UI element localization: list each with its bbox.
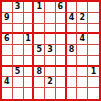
cell-r2c2[interactable]	[13, 13, 24, 24]
cell-r1c7[interactable]	[67, 2, 78, 13]
cell-r7c1[interactable]	[2, 67, 13, 78]
cell-r2c8[interactable]: 2	[77, 13, 88, 24]
cell-r9c2[interactable]	[13, 88, 24, 99]
cell-r5c8[interactable]	[77, 45, 88, 56]
cell-r1c6[interactable]: 6	[56, 2, 67, 13]
cell-r6c1[interactable]	[2, 56, 13, 67]
cell-r4c9[interactable]	[88, 34, 99, 45]
cell-r8c6[interactable]	[56, 77, 67, 88]
cell-r8c3[interactable]	[24, 77, 35, 88]
cell-r8c4[interactable]	[34, 77, 45, 88]
cell-r7c3[interactable]	[24, 67, 35, 78]
cell-r6c5[interactable]	[45, 56, 56, 67]
cell-r3c5[interactable]	[45, 24, 56, 35]
cell-r6c2[interactable]	[13, 56, 24, 67]
cell-r5c6[interactable]	[56, 45, 67, 56]
cell-r1c3[interactable]	[24, 2, 35, 13]
cell-r9c9[interactable]	[88, 88, 99, 99]
cell-r2c7[interactable]: 4	[67, 13, 78, 24]
cell-r7c2[interactable]: 5	[13, 67, 24, 78]
cell-r1c8[interactable]	[77, 2, 88, 13]
cell-r1c2[interactable]: 3	[13, 2, 24, 13]
cell-r4c6[interactable]	[56, 34, 67, 45]
cell-r2c4[interactable]	[34, 13, 45, 24]
cell-r4c3[interactable]: 1	[24, 34, 35, 45]
cell-r6c3[interactable]	[24, 56, 35, 67]
cell-r4c8[interactable]: 4	[77, 34, 88, 45]
cell-r3c7[interactable]	[67, 24, 78, 35]
cell-r9c6[interactable]	[56, 88, 67, 99]
cell-r5c2[interactable]	[13, 45, 24, 56]
cell-r7c6[interactable]	[56, 67, 67, 78]
cell-r5c7[interactable]: 8	[67, 45, 78, 56]
cell-r6c4[interactable]	[34, 56, 45, 67]
cell-r9c4[interactable]	[34, 88, 45, 99]
cell-r3c3[interactable]	[24, 24, 35, 35]
cell-r1c4[interactable]: 1	[34, 2, 45, 13]
cell-r1c9[interactable]	[88, 2, 99, 13]
cell-r3c2[interactable]	[13, 24, 24, 35]
cell-r9c3[interactable]	[24, 88, 35, 99]
cell-r4c7[interactable]	[67, 34, 78, 45]
cell-r2c3[interactable]	[24, 13, 35, 24]
cell-r4c1[interactable]: 6	[2, 34, 13, 45]
cell-r9c7[interactable]	[67, 88, 78, 99]
cell-r9c5[interactable]	[45, 88, 56, 99]
cell-r3c1[interactable]	[2, 24, 13, 35]
cell-r6c6[interactable]	[56, 56, 67, 67]
cell-r7c7[interactable]	[67, 67, 78, 78]
cell-r9c8[interactable]	[77, 88, 88, 99]
cell-r1c1[interactable]	[2, 2, 13, 13]
cell-r6c9[interactable]	[88, 56, 99, 67]
cell-r2c5[interactable]	[45, 13, 56, 24]
cell-r2c9[interactable]	[88, 13, 99, 24]
cell-r7c5[interactable]	[45, 67, 56, 78]
cell-r8c5[interactable]: 2	[45, 77, 56, 88]
cell-r2c6[interactable]	[56, 13, 67, 24]
cell-r4c4[interactable]	[34, 34, 45, 45]
cell-r4c2[interactable]	[13, 34, 24, 45]
cell-r7c9[interactable]: 1	[88, 67, 99, 78]
cell-r8c2[interactable]	[13, 77, 24, 88]
cell-r3c6[interactable]	[56, 24, 67, 35]
cell-r7c4[interactable]: 8	[34, 67, 45, 78]
cell-r3c9[interactable]	[88, 24, 99, 35]
cell-r3c4[interactable]	[34, 24, 45, 35]
cell-r5c5[interactable]: 3	[45, 45, 56, 56]
cell-r6c7[interactable]	[67, 56, 78, 67]
cell-r5c1[interactable]	[2, 45, 13, 56]
cell-r4c5[interactable]	[45, 34, 56, 45]
cell-r3c8[interactable]	[77, 24, 88, 35]
cell-r5c4[interactable]: 5	[34, 45, 45, 56]
cell-r7c8[interactable]	[77, 67, 88, 78]
cell-r9c1[interactable]	[2, 88, 13, 99]
sudoku-board: 31694261453858142	[0, 0, 101, 101]
cell-r6c8[interactable]	[77, 56, 88, 67]
cell-r5c3[interactable]	[24, 45, 35, 56]
cell-r8c7[interactable]	[67, 77, 78, 88]
cell-r8c8[interactable]	[77, 77, 88, 88]
cell-r8c9[interactable]	[88, 77, 99, 88]
cell-r5c9[interactable]	[88, 45, 99, 56]
cell-r2c1[interactable]: 9	[2, 13, 13, 24]
cell-r1c5[interactable]	[45, 2, 56, 13]
cell-r8c1[interactable]: 4	[2, 77, 13, 88]
